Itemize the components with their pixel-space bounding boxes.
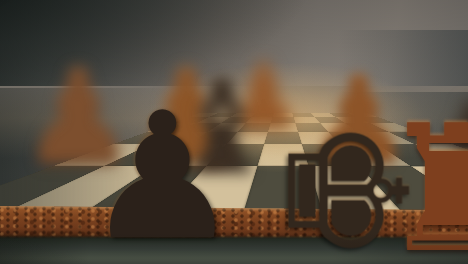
chess-photo-scene: ♟♟♝♟♟♝♟♚♜ (0, 0, 468, 264)
foreground-pawn: ♟ (84, 89, 241, 264)
rook: ♜ (378, 102, 468, 264)
